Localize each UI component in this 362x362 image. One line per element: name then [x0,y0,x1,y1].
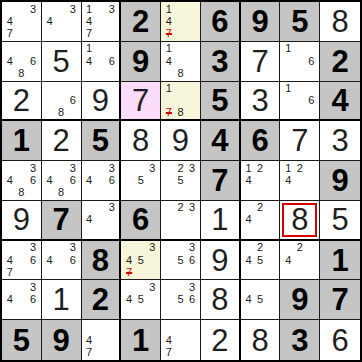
cell-r5c4[interactable]: 35 [121,161,161,201]
cell-r9c6[interactable]: 2 [201,320,241,360]
given-digit: 5 [211,85,228,116]
candidate: 6 [27,55,39,67]
given-digit: 5 [13,325,30,356]
sudoku-board: 3473413472147695846851469148371622689717… [0,0,362,362]
solved-digit: 5 [53,46,70,77]
pencil-marks: 147 [163,3,198,40]
cell-r5c2[interactable]: 3468 [42,161,82,201]
given-digit: 6 [211,6,228,37]
candidate: 6 [67,254,79,266]
candidate: 1 [282,83,294,95]
candidate: 1 [163,83,175,95]
cell-r6c2[interactable]: 7 [42,201,82,241]
candidate: 3 [27,242,39,254]
given-digit: 9 [291,284,308,315]
candidate: 5 [175,254,187,266]
pencil-marks: 148 [163,43,198,80]
cell-r3c8[interactable]: 16 [280,82,320,122]
cell-r8c1[interactable]: 346 [2,280,42,320]
cell-r8c8[interactable]: 9 [280,280,320,320]
candidate: 4 [163,334,175,347]
candidate: 4 [4,294,16,306]
cell-r9c3[interactable]: 47 [82,320,122,360]
solved-digit: 1 [211,204,228,235]
pencil-marks: 345 [123,281,158,318]
candidate: 6 [27,294,39,306]
pencil-marks: 468 [4,43,39,80]
cell-r7c8[interactable]: 24 [280,241,320,281]
candidate: 6 [106,174,117,186]
candidate: 4 [243,254,255,266]
cell-r2c4[interactable]: 9 [121,42,161,82]
candidate: 3 [106,3,117,15]
candidate: 4 [4,55,16,67]
given-digit: 1 [13,125,30,156]
pencil-marks: 347 [4,3,39,40]
candidate: 6 [27,254,39,266]
candidate: 4 [84,214,95,226]
solved-digit: 8 [291,204,308,235]
solved-digit: 5 [331,204,348,235]
candidate: 4 [243,174,255,186]
candidate: 4 [44,15,56,27]
cell-r4c6[interactable]: 4 [201,121,241,161]
pencil-marks: 346 [44,242,79,279]
cell-r5c7[interactable]: 124 [241,161,281,201]
cell-r3c1[interactable]: 2 [2,82,42,122]
candidate: 3 [67,3,79,15]
given-digit: 2 [331,46,348,77]
given-digit: 9 [251,6,268,37]
candidate: 1 [282,43,294,55]
candidate: 6 [306,55,318,67]
candidate: 3 [27,281,39,293]
pencil-marks: 3468 [4,162,39,199]
candidate: 4 [243,294,255,306]
candidate: 1 [163,43,175,55]
cell-r6c8[interactable]: 8 [280,201,320,241]
cell-r2c6[interactable]: 3 [201,42,241,82]
candidate: 8 [175,106,187,118]
pencil-marks: 45 [243,281,278,318]
given-digit: 2 [132,6,149,37]
candidate: 6 [306,94,318,106]
solved-digit: 3 [251,85,268,116]
candidate: 7 [4,266,16,278]
candidate: 3 [106,162,117,174]
cell-r4c7[interactable]: 6 [241,121,281,161]
candidate: 5 [254,294,266,306]
candidate: 4 [84,15,95,27]
cell-r4c2[interactable]: 2 [42,121,82,161]
candidate: 4 [4,15,16,27]
cell-r9c4[interactable]: 1 [121,320,161,360]
candidate: 7 [163,346,175,359]
pencil-marks: 124 [243,162,278,199]
candidate: 4 [4,174,16,186]
cell-r7c4[interactable]: 3457 [121,241,161,281]
candidate: 8 [16,187,28,199]
pencil-marks: 16 [282,83,317,119]
solved-digit: 3 [331,125,348,156]
cell-r7c6[interactable]: 9 [201,241,241,281]
candidate: 6 [186,294,198,306]
cell-r8c7[interactable]: 45 [241,280,281,320]
candidate: 2 [254,202,266,214]
pencil-marks: 23 [163,202,198,238]
cell-r3c2[interactable]: 68 [42,82,82,122]
candidate: 4 [123,254,135,266]
given-digit: 5 [291,6,308,37]
candidate: 5 [135,294,147,306]
cell-r1c3[interactable]: 1347 [82,2,122,42]
solved-digit: 9 [172,125,189,156]
candidate: 2 [254,242,266,254]
candidate: 3 [67,162,79,174]
cell-r3c5[interactable]: 178 [161,82,201,122]
cell-r8c2[interactable]: 1 [42,280,82,320]
candidate: 1 [163,3,175,15]
candidate-eliminated: 7 [163,28,175,40]
given-digit: 9 [53,325,70,356]
pencil-marks: 68 [44,83,79,119]
cell-r4c3[interactable]: 5 [82,121,122,161]
candidate: 4 [44,174,56,186]
cell-r6c5[interactable]: 23 [161,201,201,241]
given-digit: 1 [132,325,149,356]
candidate: 6 [186,254,198,266]
candidate: 4 [84,174,95,186]
given-digit: 4 [211,125,228,156]
pencil-marks: 35 [123,162,158,199]
given-digit: 1 [331,245,348,276]
candidate: 1 [84,3,95,15]
cell-r3c4[interactable]: 7 [121,82,161,122]
cell-r8c5[interactable]: 356 [161,280,201,320]
solved-digit: 8 [132,125,149,156]
cell-r5c6[interactable]: 7 [201,161,241,201]
cell-r5c8[interactable]: 124 [280,161,320,201]
cell-r2c3[interactable]: 146 [82,42,122,82]
cell-r2c1[interactable]: 468 [2,42,42,82]
given-digit: 7 [53,204,70,235]
candidate: 4 [163,15,175,27]
cell-r6c3[interactable]: 34 [82,201,122,241]
candidate: 3 [186,242,198,254]
candidate: 2 [254,162,266,174]
candidate: 4 [84,334,95,347]
pencil-marks: 3457 [123,242,158,279]
given-digit: 9 [331,165,348,196]
given-digit: 3 [291,325,308,356]
cell-r1c9[interactable]: 8 [320,2,360,42]
pencil-marks: 16 [282,43,317,80]
cell-r8c9[interactable]: 7 [320,280,360,320]
candidate: 3 [106,202,117,214]
cell-r3c9[interactable]: 4 [320,82,360,122]
solved-digit: 8 [211,284,228,315]
cell-r1c4[interactable]: 2 [121,2,161,42]
given-digit: 6 [132,204,149,235]
candidate: 8 [175,67,187,79]
candidate: 1 [243,162,255,174]
candidate: 4 [123,294,135,306]
cell-r4c5[interactable]: 9 [161,121,201,161]
pencil-marks: 346 [4,281,39,318]
candidate: 2 [175,202,187,214]
pencil-marks: 178 [163,83,198,119]
pencil-marks: 346 [84,162,118,199]
solved-digit: 9 [211,245,228,276]
given-digit: 3 [211,46,228,77]
candidate: 3 [147,281,159,293]
cell-r7c3[interactable]: 8 [82,241,122,281]
solved-digit: 2 [13,85,30,116]
solved-digit: 8 [251,325,268,356]
candidate: 3 [186,202,198,214]
candidate: 5 [175,294,187,306]
candidate: 3 [27,162,39,174]
pencil-marks: 245 [243,242,278,279]
candidate: 3 [186,162,198,174]
candidate: 7 [84,28,95,40]
solved-digit: 2 [53,125,70,156]
cell-r4c9[interactable]: 3 [320,121,360,161]
cell-r4c1[interactable]: 1 [2,121,42,161]
cell-r1c8[interactable]: 5 [280,2,320,42]
cell-r6c4[interactable]: 6 [121,201,161,241]
cell-r2c2[interactable]: 5 [42,42,82,82]
candidate: 8 [55,187,67,199]
candidate: 3 [67,242,79,254]
solved-digit: 9 [92,85,109,116]
pencil-marks: 24 [282,242,317,279]
solved-digit: 9 [13,204,30,235]
cell-r2c8[interactable]: 16 [280,42,320,82]
cell-r3c7[interactable]: 3 [241,82,281,122]
cell-r2c7[interactable]: 7 [241,42,281,82]
solved-digit: 6 [331,325,348,356]
candidate: 4 [44,254,56,266]
given-digit: 7 [331,284,348,315]
cell-r5c3[interactable]: 346 [82,161,122,201]
pencil-marks: 24 [243,202,278,238]
candidate: 2 [294,162,306,174]
cell-r2c9[interactable]: 2 [320,42,360,82]
given-digit: 5 [92,125,109,156]
candidate: 3 [147,162,159,174]
candidate: 6 [67,94,79,106]
cell-r5c5[interactable]: 235 [161,161,201,201]
candidate: 4 [4,254,16,266]
cell-r4c4[interactable]: 8 [121,121,161,161]
solved-digit: 2 [211,325,228,356]
cell-r1c7[interactable]: 9 [241,2,281,42]
cell-r1c1[interactable]: 347 [2,2,42,42]
cell-r1c2[interactable]: 34 [42,2,82,42]
pencil-marks: 34 [44,3,79,40]
cell-r5c9[interactable]: 9 [320,161,360,201]
solved-digit: 7 [132,85,149,116]
cell-r4c8[interactable]: 7 [280,121,320,161]
solved-digit: 8 [331,6,348,37]
cell-r7c1[interactable]: 3467 [2,241,42,281]
cell-r7c2[interactable]: 346 [42,241,82,281]
cell-r7c5[interactable]: 356 [161,241,201,281]
cell-r5c1[interactable]: 3468 [2,161,42,201]
cell-r6c7[interactable]: 24 [241,201,281,241]
pencil-marks: 146 [84,43,118,80]
pencil-marks: 3467 [4,242,39,279]
candidate: 4 [243,214,255,226]
cell-r9c1[interactable]: 5 [2,320,42,360]
pencil-marks: 235 [163,162,198,199]
pencil-marks: 47 [84,321,118,359]
candidate-eliminated: 7 [163,106,175,118]
cell-r9c8[interactable]: 3 [280,320,320,360]
candidate: 4 [163,55,175,67]
candidate: 2 [294,242,306,254]
cell-r8c6[interactable]: 8 [201,280,241,320]
candidate: 5 [254,254,266,266]
candidate: 4 [282,174,294,186]
cell-r6c9[interactable]: 5 [320,201,360,241]
solved-digit: 7 [251,46,268,77]
candidate: 4 [84,55,95,67]
candidate: 3 [27,3,39,15]
given-digit: 8 [92,245,109,276]
given-digit: 2 [92,284,109,315]
cell-r7c9[interactable]: 1 [320,241,360,281]
given-digit: 6 [251,125,268,156]
cell-r9c7[interactable]: 8 [241,320,281,360]
given-digit: 4 [331,85,348,116]
cell-r7c7[interactable]: 245 [241,241,281,281]
cell-r2c5[interactable]: 148 [161,42,201,82]
pencil-marks: 1347 [84,3,118,40]
cell-r3c6[interactable]: 5 [201,82,241,122]
candidate: 2 [175,162,187,174]
given-digit: 9 [132,46,149,77]
candidate: 5 [175,174,187,186]
candidate: 1 [282,162,294,174]
cell-r1c5[interactable]: 147 [161,2,201,42]
candidate: 3 [186,281,198,293]
candidate: 1 [84,43,95,55]
candidate: 4 [282,254,294,266]
cell-r6c1[interactable]: 9 [2,201,42,241]
pencil-marks: 47 [163,321,198,359]
pencil-marks: 34 [84,202,118,238]
candidate: 8 [55,106,67,118]
candidate: 5 [135,174,147,186]
solved-digit: 1 [53,284,70,315]
cell-r8c3[interactable]: 2 [82,280,122,320]
pencil-marks: 356 [163,281,198,318]
candidate: 6 [67,174,79,186]
cell-r8c4[interactable]: 345 [121,280,161,320]
cell-r6c6[interactable]: 1 [201,201,241,241]
candidate: 6 [27,174,39,186]
pencil-marks: 356 [163,242,198,279]
cell-r9c9[interactable]: 6 [320,320,360,360]
candidate: 6 [106,55,117,67]
solved-digit: 7 [291,125,308,156]
given-digit: 7 [211,165,228,196]
cell-r9c2[interactable]: 9 [42,320,82,360]
cell-r3c3[interactable]: 9 [82,82,122,122]
cell-r9c5[interactable]: 47 [161,320,201,360]
candidate: 5 [135,254,147,266]
pencil-marks: 124 [282,162,317,199]
candidate: 7 [4,28,16,40]
cell-r1c6[interactable]: 6 [201,2,241,42]
candidate: 8 [16,67,28,79]
candidate: 7 [84,346,95,359]
candidate: 3 [147,242,159,254]
candidate-eliminated: 7 [123,266,135,278]
pencil-marks: 3468 [44,162,79,199]
